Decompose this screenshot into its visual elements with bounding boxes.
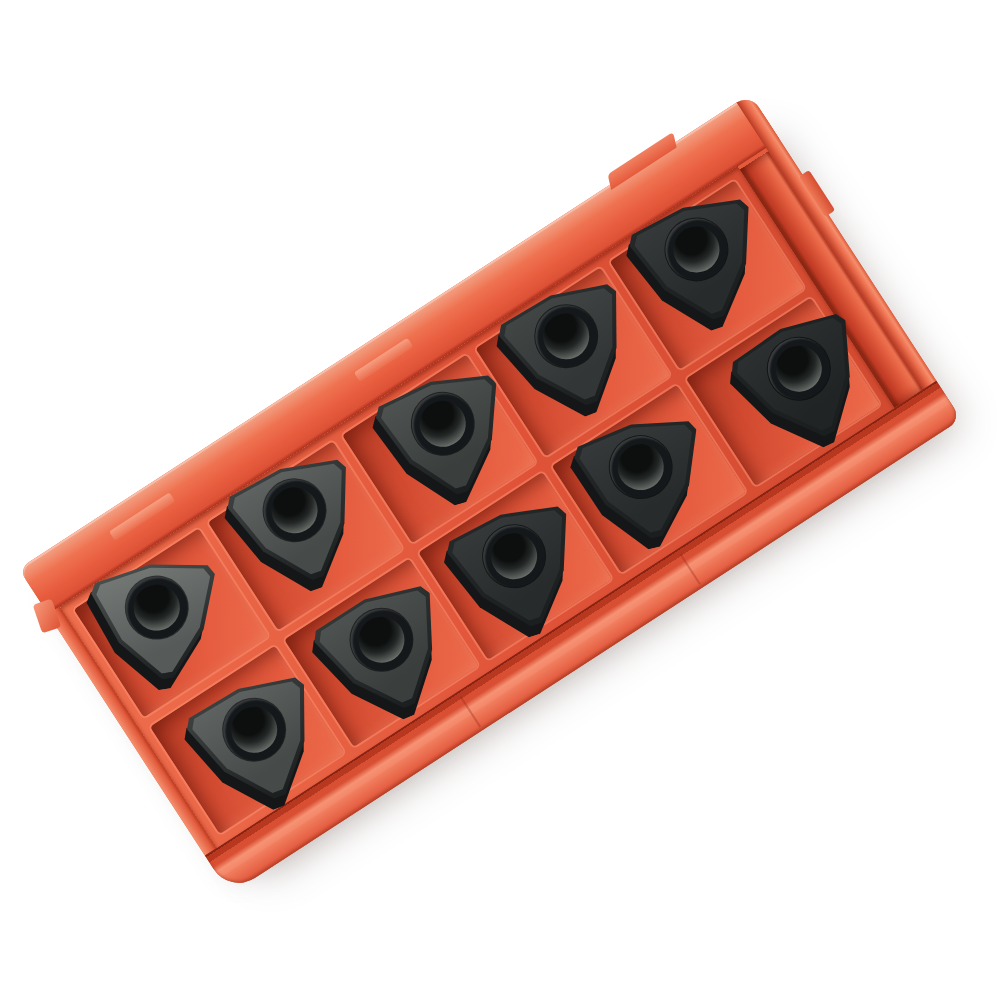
insert-hole-bore <box>667 221 725 279</box>
flange-molding-bump <box>109 492 175 540</box>
insert-box <box>19 94 962 894</box>
scene <box>0 0 1000 1000</box>
insert-hole-bore <box>414 396 471 453</box>
insert-hole-bore <box>613 440 668 495</box>
insert-hole-bore <box>485 527 543 585</box>
insert-hole-bore <box>266 481 324 539</box>
insert-hole-bore <box>351 609 411 669</box>
insert-hole-bore <box>225 700 284 759</box>
insert-hole-bore <box>537 307 596 366</box>
wall-seam <box>460 696 481 727</box>
hinge-tab <box>608 132 677 190</box>
wall-seam <box>680 553 701 584</box>
insert-hole-bore <box>131 581 184 634</box>
insert-hole-bore <box>768 338 829 399</box>
